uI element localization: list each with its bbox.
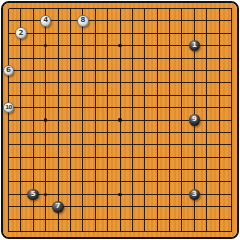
stone-white-4[interactable]: 4 (40, 15, 52, 27)
stone-black-5[interactable]: 5 (27, 189, 39, 201)
grid-line-vertical (181, 9, 182, 232)
star-point (118, 44, 121, 47)
move-number-label: 5 (31, 191, 36, 198)
stone-black-9[interactable]: 9 (189, 114, 201, 126)
go-board[interactable]: 12345678910 (1, 1, 239, 239)
move-number-label: 7 (56, 203, 61, 210)
stone-white-8[interactable]: 8 (77, 15, 89, 27)
move-number-label: 1 (192, 42, 197, 49)
grid-line-horizontal (9, 132, 232, 133)
grid-line-vertical (144, 9, 145, 232)
move-number-label: 4 (43, 17, 48, 24)
stone-black-7[interactable]: 7 (52, 201, 64, 213)
grid-line-horizontal (9, 231, 232, 233)
board-frame: 12345678910 (0, 0, 240, 240)
grid-line-horizontal (9, 157, 232, 158)
grid-line-horizontal (9, 206, 232, 207)
move-number-label: 9 (192, 116, 197, 123)
grid-line-horizontal (9, 181, 232, 182)
grid-line-horizontal (9, 169, 232, 170)
move-number-label: 2 (18, 30, 23, 37)
grid-line-vertical (169, 9, 170, 232)
move-number-label: 8 (80, 17, 85, 24)
grid-line-vertical (206, 9, 207, 232)
move-number-label: 10 (5, 105, 12, 111)
star-point (118, 118, 121, 121)
grid-line-vertical (157, 9, 158, 232)
stone-black-3[interactable]: 3 (189, 189, 201, 201)
grid-line-vertical (219, 9, 220, 232)
move-number-label: 3 (192, 191, 197, 198)
move-number-label: 6 (6, 67, 11, 74)
stone-white-2[interactable]: 2 (15, 27, 27, 39)
star-point (44, 118, 47, 121)
grid-line-horizontal (9, 219, 232, 220)
star-point (118, 193, 121, 196)
grid-line-vertical (132, 9, 133, 232)
grid-line-horizontal (9, 144, 232, 145)
grid-line-vertical (231, 9, 233, 232)
